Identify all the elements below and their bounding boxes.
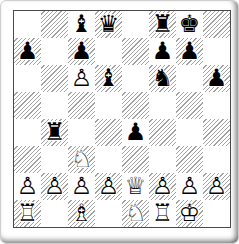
piece-glyph: ♔ xyxy=(179,200,201,227)
square-e1[interactable]: ♞♘ xyxy=(122,200,149,227)
piece-white-rook[interactable]: ♜♖ xyxy=(14,200,41,227)
square-g5[interactable] xyxy=(176,92,203,119)
piece-glyph: ♕ xyxy=(125,173,147,200)
piece-black-pawn[interactable]: ♟ xyxy=(68,38,95,65)
piece-glyph: ♘ xyxy=(71,146,93,173)
square-e3[interactable] xyxy=(122,146,149,173)
square-c4[interactable] xyxy=(68,119,95,146)
piece-glyph: ♙ xyxy=(179,173,201,200)
piece-black-knight[interactable]: ♞ xyxy=(149,65,176,92)
square-g4[interactable] xyxy=(176,119,203,146)
piece-white-bishop[interactable]: ♝♗ xyxy=(68,200,95,227)
square-d8[interactable]: ♛ xyxy=(95,11,122,38)
piece-glyph: ♛ xyxy=(98,11,120,38)
piece-black-rook[interactable]: ♜ xyxy=(149,11,176,38)
square-e5[interactable] xyxy=(122,92,149,119)
square-b1[interactable] xyxy=(41,200,68,227)
piece-glyph: ♟ xyxy=(206,65,228,92)
square-a5[interactable] xyxy=(14,92,41,119)
square-d2[interactable]: ♟♙ xyxy=(95,173,122,200)
square-g6[interactable] xyxy=(176,65,203,92)
square-b4[interactable]: ♜ xyxy=(41,119,68,146)
square-d7[interactable] xyxy=(95,38,122,65)
piece-glyph: ♝ xyxy=(71,11,93,38)
square-c8[interactable]: ♝ xyxy=(68,11,95,38)
piece-glyph: ♟ xyxy=(17,38,39,65)
square-d5[interactable] xyxy=(95,92,122,119)
piece-black-queen[interactable]: ♛ xyxy=(95,11,122,38)
piece-black-rook[interactable]: ♜ xyxy=(41,119,68,146)
square-g1[interactable]: ♚♔ xyxy=(176,200,203,227)
square-h6[interactable]: ♟ xyxy=(203,65,230,92)
square-f6[interactable]: ♞ xyxy=(149,65,176,92)
square-h2[interactable]: ♟♙ xyxy=(203,173,230,200)
piece-white-pawn[interactable]: ♟♙ xyxy=(41,173,68,200)
square-e6[interactable] xyxy=(122,65,149,92)
piece-glyph: ♜ xyxy=(152,11,174,38)
piece-black-pawn[interactable]: ♟ xyxy=(176,38,203,65)
square-c7[interactable]: ♟ xyxy=(68,38,95,65)
piece-glyph: ♗ xyxy=(71,200,93,227)
square-e2[interactable]: ♛♕ xyxy=(122,173,149,200)
piece-glyph: ♙ xyxy=(71,65,93,92)
piece-white-knight[interactable]: ♞♘ xyxy=(122,200,149,227)
piece-white-pawn[interactable]: ♟♙ xyxy=(176,173,203,200)
chess-board: ♝♛♜♚♟♟♟♟♟♙♝♞♟♜♟♞♘♟♙♟♙♟♙♟♙♛♕♟♙♟♙♟♙♜♖♝♗♞♘♜… xyxy=(13,10,231,228)
square-h8[interactable] xyxy=(203,11,230,38)
square-a1[interactable]: ♜♖ xyxy=(14,200,41,227)
piece-glyph: ♟ xyxy=(71,38,93,65)
square-h5[interactable] xyxy=(203,92,230,119)
piece-white-queen[interactable]: ♛♕ xyxy=(122,173,149,200)
piece-black-pawn[interactable]: ♟ xyxy=(149,38,176,65)
square-h1[interactable] xyxy=(203,200,230,227)
piece-glyph: ♚ xyxy=(179,11,201,38)
square-b5[interactable] xyxy=(41,92,68,119)
piece-glyph: ♖ xyxy=(17,200,39,227)
square-c6[interactable]: ♟♙ xyxy=(68,65,95,92)
piece-glyph: ♝ xyxy=(98,65,120,92)
square-d6[interactable]: ♝ xyxy=(95,65,122,92)
piece-glyph: ♙ xyxy=(71,173,93,200)
piece-glyph: ♙ xyxy=(44,173,66,200)
square-a4[interactable] xyxy=(14,119,41,146)
square-d1[interactable] xyxy=(95,200,122,227)
square-d3[interactable] xyxy=(95,146,122,173)
square-a3[interactable] xyxy=(14,146,41,173)
piece-white-rook[interactable]: ♜♖ xyxy=(149,200,176,227)
square-f3[interactable] xyxy=(149,146,176,173)
piece-white-pawn[interactable]: ♟♙ xyxy=(203,173,230,200)
piece-white-knight[interactable]: ♞♘ xyxy=(68,146,95,173)
square-a2[interactable]: ♟♙ xyxy=(14,173,41,200)
square-a8[interactable] xyxy=(14,11,41,38)
piece-white-pawn[interactable]: ♟♙ xyxy=(149,173,176,200)
square-f5[interactable] xyxy=(149,92,176,119)
square-e7[interactable] xyxy=(122,38,149,65)
piece-glyph: ♟ xyxy=(179,38,201,65)
piece-black-bishop[interactable]: ♝ xyxy=(68,11,95,38)
piece-black-king[interactable]: ♚ xyxy=(176,11,203,38)
square-b3[interactable] xyxy=(41,146,68,173)
square-c3[interactable]: ♞♘ xyxy=(68,146,95,173)
piece-black-bishop[interactable]: ♝ xyxy=(95,65,122,92)
square-g2[interactable]: ♟♙ xyxy=(176,173,203,200)
piece-black-pawn[interactable]: ♟ xyxy=(203,65,230,92)
square-b8[interactable] xyxy=(41,11,68,38)
square-g7[interactable]: ♟ xyxy=(176,38,203,65)
square-h7[interactable] xyxy=(203,38,230,65)
square-c5[interactable] xyxy=(68,92,95,119)
piece-black-pawn[interactable]: ♟ xyxy=(122,119,149,146)
square-h4[interactable] xyxy=(203,119,230,146)
piece-white-king[interactable]: ♚♔ xyxy=(176,200,203,227)
square-g3[interactable] xyxy=(176,146,203,173)
square-f1[interactable]: ♜♖ xyxy=(149,200,176,227)
piece-white-pawn[interactable]: ♟♙ xyxy=(95,173,122,200)
square-e4[interactable]: ♟ xyxy=(122,119,149,146)
square-f2[interactable]: ♟♙ xyxy=(149,173,176,200)
piece-glyph: ♜ xyxy=(44,119,66,146)
piece-glyph: ♘ xyxy=(125,200,147,227)
square-f8[interactable]: ♜ xyxy=(149,11,176,38)
square-c2[interactable]: ♟♙ xyxy=(68,173,95,200)
piece-white-pawn[interactable]: ♟♙ xyxy=(68,173,95,200)
piece-glyph: ♟ xyxy=(125,119,147,146)
square-a6[interactable] xyxy=(14,65,41,92)
square-d4[interactable] xyxy=(95,119,122,146)
square-b6[interactable] xyxy=(41,65,68,92)
chess-diagram-frame: ♝♛♜♚♟♟♟♟♟♙♝♞♟♜♟♞♘♟♙♟♙♟♙♟♙♛♕♟♙♟♙♟♙♜♖♝♗♞♘♜… xyxy=(0,0,239,244)
square-e8[interactable] xyxy=(122,11,149,38)
square-a7[interactable]: ♟ xyxy=(14,38,41,65)
piece-black-pawn[interactable]: ♟ xyxy=(14,38,41,65)
piece-glyph: ♙ xyxy=(17,173,39,200)
square-b7[interactable] xyxy=(41,38,68,65)
square-g8[interactable]: ♚ xyxy=(176,11,203,38)
piece-glyph: ♙ xyxy=(206,173,228,200)
piece-glyph: ♖ xyxy=(152,200,174,227)
piece-white-pawn[interactable]: ♟♙ xyxy=(68,65,95,92)
square-f7[interactable]: ♟ xyxy=(149,38,176,65)
square-h3[interactable] xyxy=(203,146,230,173)
piece-glyph: ♞ xyxy=(152,65,174,92)
square-c1[interactable]: ♝♗ xyxy=(68,200,95,227)
square-f4[interactable] xyxy=(149,119,176,146)
piece-glyph: ♙ xyxy=(98,173,120,200)
square-b2[interactable]: ♟♙ xyxy=(41,173,68,200)
piece-glyph: ♙ xyxy=(152,173,174,200)
piece-glyph: ♟ xyxy=(152,38,174,65)
piece-white-pawn[interactable]: ♟♙ xyxy=(14,173,41,200)
